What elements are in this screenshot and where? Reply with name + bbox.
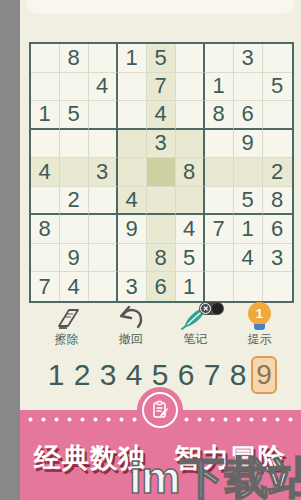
cell-r7c1[interactable]: 8 [31,215,60,244]
cell-r1c5[interactable]: 5 [147,44,176,73]
cell-r6c1[interactable] [31,187,60,216]
cell-r2c4[interactable] [118,73,147,102]
cell-r8c7[interactable] [205,244,234,273]
cell-r4c7[interactable] [205,130,234,159]
cell-r3c3[interactable] [89,101,118,130]
cell-r7c8[interactable]: 1 [234,215,263,244]
cell-r1c1[interactable] [31,44,60,73]
cell-r2c8[interactable] [234,73,263,102]
numpad-1[interactable]: 1 [43,354,69,396]
cell-r8c3[interactable] [89,244,118,273]
cell-r9c3[interactable] [89,272,118,301]
cell-r7c4[interactable]: 9 [118,215,147,244]
cell-r6c3[interactable] [89,187,118,216]
watermark: im下载站 [129,449,300,500]
cell-r7c5[interactable] [147,215,176,244]
numpad-7[interactable]: 7 [199,354,225,396]
cell-r5c8[interactable] [234,158,263,187]
cell-r9c8[interactable] [234,272,263,301]
cell-r4c3[interactable] [89,130,118,159]
promo-banner: 经典数独 智力冒险 im下载站 [20,410,301,500]
erase-button[interactable]: 擦除 [40,302,94,350]
cell-r2c5[interactable]: 7 [147,73,176,102]
cell-r6c8[interactable]: 5 [234,187,263,216]
lightbulb-icon: 1 [248,302,271,330]
cell-r4c9[interactable] [263,130,292,159]
cell-r2c1[interactable] [31,73,60,102]
numpad-2[interactable]: 2 [69,354,95,396]
cell-r2c7[interactable]: 1 [205,73,234,102]
cell-r2c9[interactable]: 5 [263,73,292,102]
cell-r5c1[interactable]: 4 [31,158,60,187]
cell-r6c6[interactable] [176,187,205,216]
cell-r5c7[interactable] [205,158,234,187]
cell-r6c4[interactable]: 4 [118,187,147,216]
cell-r7c7[interactable]: 7 [205,215,234,244]
cell-r6c2[interactable]: 2 [60,187,89,216]
numpad-9[interactable]: 9 [251,356,277,394]
erase-label: 擦除 [55,331,79,348]
cell-r4c4[interactable] [118,130,147,159]
cell-r4c1[interactable] [31,130,60,159]
cell-r5c2[interactable] [60,158,89,187]
cell-r2c3[interactable]: 4 [89,73,118,102]
cell-r3c1[interactable]: 1 [31,101,60,130]
cell-r4c2[interactable] [60,130,89,159]
cell-r5c6[interactable]: 8 [176,158,205,187]
toolbar: 擦除 撤回 ✕ 笔记 [20,302,301,350]
numpad-4[interactable]: 4 [121,354,147,396]
cell-r7c2[interactable] [60,215,89,244]
toggle-off-icon: ✕ [200,303,211,314]
top-panel [27,0,294,14]
cell-r6c9[interactable]: 8 [263,187,292,216]
eraser-icon [53,302,81,330]
cell-r5c4[interactable] [118,158,147,187]
numpad-6[interactable]: 6 [173,354,199,396]
cell-r3c8[interactable]: 6 [234,101,263,130]
cell-r9c6[interactable]: 1 [176,272,205,301]
cell-r3c9[interactable] [263,101,292,130]
cell-r2c6[interactable] [176,73,205,102]
cell-r5c9[interactable]: 2 [263,158,292,187]
cell-r8c6[interactable]: 5 [176,244,205,273]
undo-button[interactable]: 撤回 [104,302,158,350]
hint-label: 提示 [247,331,271,348]
cell-r1c4[interactable]: 1 [118,44,147,73]
hint-count-badge: 1 [248,302,271,325]
cell-r9c1[interactable]: 7 [31,272,60,301]
hint-button[interactable]: 1 提示 [232,302,286,350]
cell-r3c6[interactable] [176,101,205,130]
banner-badge [137,387,183,433]
cell-r8c5[interactable]: 8 [147,244,176,273]
cell-r7c3[interactable] [89,215,118,244]
notes-label: 笔记 [183,331,207,348]
clipboard-pen-icon [142,392,178,428]
cell-r9c4[interactable]: 3 [118,272,147,301]
cell-r1c8[interactable]: 3 [234,44,263,73]
bulb-base [254,324,265,330]
toggle-knob [212,303,223,314]
cell-r5c5[interactable] [147,158,176,187]
cell-r8c1[interactable] [31,244,60,273]
cell-r1c7[interactable] [205,44,234,73]
cell-r4c5[interactable]: 3 [147,130,176,159]
cell-r9c5[interactable]: 6 [147,272,176,301]
cell-r3c5[interactable]: 4 [147,101,176,130]
notes-toggle[interactable]: ✕ [199,302,224,315]
cell-r3c4[interactable] [118,101,147,130]
numpad-8[interactable]: 8 [225,354,251,396]
cell-r6c5[interactable] [147,187,176,216]
cell-r7c9[interactable]: 6 [263,215,292,244]
cell-r9c9[interactable] [263,272,292,301]
app-screen: 815347151548639438224588947169854374361 … [20,0,301,500]
cell-r3c7[interactable]: 8 [205,101,234,130]
cell-r4c8[interactable]: 9 [234,130,263,159]
cell-r5c3[interactable]: 3 [89,158,118,187]
notes-button[interactable]: ✕ 笔记 [168,302,222,350]
cell-r1c3[interactable] [89,44,118,73]
undo-icon [117,302,145,330]
cell-r1c9[interactable] [263,44,292,73]
cell-r2c2[interactable] [60,73,89,102]
cell-r9c7[interactable] [205,272,234,301]
cell-r1c6[interactable] [176,44,205,73]
cell-r4c6[interactable] [176,130,205,159]
cell-r3c2[interactable]: 5 [60,101,89,130]
cell-r9c2[interactable]: 4 [60,272,89,301]
cell-r6c7[interactable] [205,187,234,216]
cell-r8c8[interactable]: 4 [234,244,263,273]
cell-r8c4[interactable] [118,244,147,273]
undo-label: 撤回 [119,331,143,348]
sudoku-board: 815347151548639438224588947169854374361 [29,42,294,303]
cell-r7c6[interactable]: 4 [176,215,205,244]
cell-r8c9[interactable]: 3 [263,244,292,273]
numpad-3[interactable]: 3 [95,354,121,396]
cell-r1c2[interactable]: 8 [60,44,89,73]
cell-r8c2[interactable]: 9 [60,244,89,273]
